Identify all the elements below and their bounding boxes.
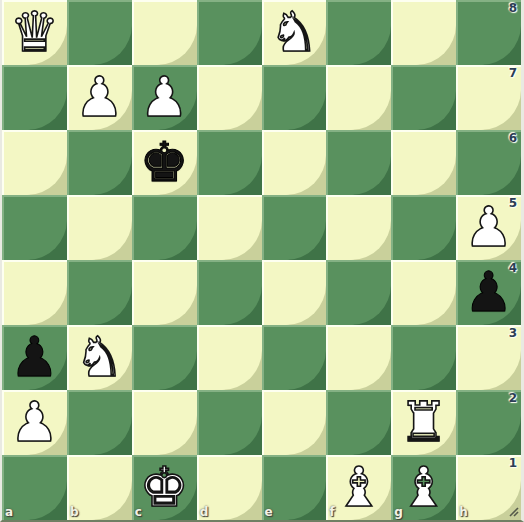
square-c7[interactable]: ♟ [132, 65, 197, 130]
square-b2[interactable] [67, 390, 132, 455]
rank-label-1: 1 [509, 456, 517, 470]
black-king[interactable]: ♚ [132, 130, 197, 195]
white-pawn[interactable]: ♟ [132, 65, 197, 130]
square-e1[interactable]: e [262, 455, 327, 520]
square-d8[interactable] [197, 0, 262, 65]
square-a6[interactable] [2, 130, 67, 195]
square-d6[interactable] [197, 130, 262, 195]
board-resize-handle-icon[interactable] [507, 505, 519, 517]
file-label-a: a [5, 505, 13, 519]
square-f6[interactable] [326, 130, 391, 195]
file-label-f: f [329, 505, 334, 519]
square-e2[interactable] [262, 390, 327, 455]
white-bishop[interactable]: ♝ [326, 455, 391, 520]
square-g1[interactable]: ♝g [391, 455, 456, 520]
square-d3[interactable] [197, 325, 262, 390]
rank-label-5: 5 [509, 196, 517, 210]
square-c8[interactable] [132, 0, 197, 65]
white-pawn[interactable]: ♟ [2, 390, 67, 455]
square-b6[interactable] [67, 130, 132, 195]
square-c4[interactable] [132, 260, 197, 325]
square-c2[interactable] [132, 390, 197, 455]
rank-label-4: 4 [509, 261, 517, 275]
square-b7[interactable]: ♟ [67, 65, 132, 130]
square-a8[interactable]: ♛ [2, 0, 67, 65]
square-f1[interactable]: ♝f [326, 455, 391, 520]
chess-board: ♛♞8♟♟7♚6♟5♟4♟♞3♟♜2ab♚cde♝f♝gh1 [0, 0, 524, 522]
square-a4[interactable] [2, 260, 67, 325]
square-a3[interactable]: ♟ [2, 325, 67, 390]
square-h8[interactable]: 8 [456, 0, 521, 65]
square-h7[interactable]: 7 [456, 65, 521, 130]
square-a1[interactable]: a [2, 455, 67, 520]
square-c5[interactable] [132, 195, 197, 260]
square-f4[interactable] [326, 260, 391, 325]
rank-label-7: 7 [509, 66, 517, 80]
square-g3[interactable] [391, 325, 456, 390]
square-g5[interactable] [391, 195, 456, 260]
square-g4[interactable] [391, 260, 456, 325]
square-e3[interactable] [262, 325, 327, 390]
square-h1[interactable]: h1 [456, 455, 521, 520]
square-f8[interactable] [326, 0, 391, 65]
square-g7[interactable] [391, 65, 456, 130]
square-d4[interactable] [197, 260, 262, 325]
square-a5[interactable] [2, 195, 67, 260]
white-knight[interactable]: ♞ [262, 0, 327, 65]
square-h5[interactable]: ♟5 [456, 195, 521, 260]
black-pawn[interactable]: ♟ [2, 325, 67, 390]
square-d2[interactable] [197, 390, 262, 455]
rank-label-2: 2 [509, 391, 517, 405]
square-e8[interactable]: ♞ [262, 0, 327, 65]
square-e5[interactable] [262, 195, 327, 260]
square-c6[interactable]: ♚ [132, 130, 197, 195]
square-g2[interactable]: ♜ [391, 390, 456, 455]
square-c1[interactable]: ♚c [132, 455, 197, 520]
square-d1[interactable]: d [197, 455, 262, 520]
square-h4[interactable]: ♟4 [456, 260, 521, 325]
square-c3[interactable] [132, 325, 197, 390]
white-queen[interactable]: ♛ [2, 0, 67, 65]
white-knight[interactable]: ♞ [67, 325, 132, 390]
square-a2[interactable]: ♟ [2, 390, 67, 455]
square-f3[interactable] [326, 325, 391, 390]
square-e7[interactable] [262, 65, 327, 130]
square-h6[interactable]: 6 [456, 130, 521, 195]
square-g6[interactable] [391, 130, 456, 195]
square-h3[interactable]: 3 [456, 325, 521, 390]
white-rook[interactable]: ♜ [391, 390, 456, 455]
square-b1[interactable]: b [67, 455, 132, 520]
rank-label-6: 6 [509, 131, 517, 145]
square-b8[interactable] [67, 0, 132, 65]
square-d7[interactable] [197, 65, 262, 130]
rank-label-3: 3 [509, 326, 517, 340]
square-b5[interactable] [67, 195, 132, 260]
file-label-e: e [265, 505, 273, 519]
square-f5[interactable] [326, 195, 391, 260]
square-e6[interactable] [262, 130, 327, 195]
square-h2[interactable]: 2 [456, 390, 521, 455]
white-pawn[interactable]: ♟ [67, 65, 132, 130]
square-e4[interactable] [262, 260, 327, 325]
square-a7[interactable] [2, 65, 67, 130]
square-b4[interactable] [67, 260, 132, 325]
square-d5[interactable] [197, 195, 262, 260]
file-label-c: c [135, 505, 142, 519]
square-b3[interactable]: ♞ [67, 325, 132, 390]
square-g8[interactable] [391, 0, 456, 65]
file-label-b: b [70, 505, 79, 519]
square-f7[interactable] [326, 65, 391, 130]
file-label-h: h [459, 505, 468, 519]
file-label-g: g [394, 505, 403, 519]
file-label-d: d [200, 505, 209, 519]
square-f2[interactable] [326, 390, 391, 455]
rank-label-8: 8 [509, 1, 517, 15]
